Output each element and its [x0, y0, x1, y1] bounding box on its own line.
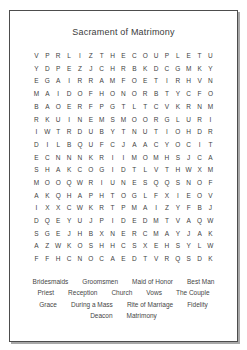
grid-cell-r15c15: J	[183, 228, 194, 241]
grid-cell-r3c13: I	[162, 75, 173, 88]
grid-cell-r6c14: L	[172, 113, 183, 126]
grid-cell-r15c14: Y	[172, 228, 183, 241]
grid-cell-r6c5: N	[75, 113, 86, 126]
grid-cell-r16c6: S	[85, 240, 96, 253]
grid-cell-r9c2: C	[42, 152, 53, 165]
grid-cell-r11c6: R	[85, 177, 96, 190]
grid-cell-r5c1: B	[31, 101, 42, 114]
grid-cell-r9c16: C	[194, 152, 205, 165]
grid-cell-r10c14: H	[172, 164, 183, 177]
grid-cell-r8c9: J	[118, 139, 129, 152]
grid-cell-r6c10: O	[129, 113, 140, 126]
grid-cell-r12c3: Q	[53, 190, 64, 203]
grid-cell-r13c17: J	[205, 202, 216, 215]
grid-cell-r15c5: H	[75, 228, 86, 241]
grid-cell-r16c11: X	[140, 240, 151, 253]
grid-cell-r7c4: R	[64, 126, 75, 139]
grid-cell-r1c13: P	[162, 50, 173, 63]
grid-cell-r13c15: F	[183, 202, 194, 215]
grid-cell-r7c12: T	[151, 126, 162, 139]
grid-cell-r9c9: I	[118, 152, 129, 165]
grid-cell-r4c5: O	[75, 88, 86, 101]
grid-cell-r10c17: M	[205, 164, 216, 177]
grid-cell-r1c3: R	[53, 50, 64, 63]
grid-cell-r6c12: R	[151, 113, 162, 126]
word-item: Bridesmaids	[33, 279, 69, 286]
grid-cell-r16c4: K	[64, 240, 75, 253]
grid-cell-r7c9: T	[118, 126, 129, 139]
grid-cell-r1c12: U	[151, 50, 162, 63]
grid-cell-r7c5: D	[75, 126, 86, 139]
grid-cell-r5c8: G	[107, 101, 118, 114]
grid-cell-r4c17: O	[205, 88, 216, 101]
word-item: Fidelity	[187, 302, 208, 309]
grid-cell-r7c7: B	[96, 126, 107, 139]
grid-cell-r12c6: P	[85, 190, 96, 203]
grid-cell-r6c8: S	[107, 113, 118, 126]
grid-cell-r13c16: B	[194, 202, 205, 215]
grid-cell-r7c1: I	[31, 126, 42, 139]
grid-cell-r11c12: Q	[151, 177, 162, 190]
word-list-line: DeaconMatrimony	[10, 311, 237, 323]
grid-cell-r4c2: A	[42, 88, 53, 101]
grid-cell-r13c1: I	[31, 202, 42, 215]
grid-cell-r15c3: E	[53, 228, 64, 241]
grid-cell-r12c13: X	[162, 190, 173, 203]
grid-cell-r3c12: T	[151, 75, 162, 88]
grid-cell-r11c7: I	[96, 177, 107, 190]
word-item: Best Man	[187, 279, 214, 286]
grid-cell-r17c1: F	[31, 253, 42, 266]
grid-cell-r2c17: Y	[205, 63, 216, 76]
grid-cell-r12c16: O	[194, 190, 205, 203]
grid-cell-r6c6: E	[85, 113, 96, 126]
worksheet-page: Sacrament of Matrimony VPRLIZTHECOUPLETU…	[9, 10, 238, 342]
grid-cell-r17c11: T	[140, 253, 151, 266]
grid-cell-r2c7: C	[96, 63, 107, 76]
grid-cell-r8c10: A	[129, 139, 140, 152]
grid-cell-r1c4: L	[64, 50, 75, 63]
grid-cell-r16c10: S	[129, 240, 140, 253]
grid-cell-r4c14: Y	[172, 88, 183, 101]
grid-cell-r1c8: H	[107, 50, 118, 63]
grid-cell-r12c10: G	[129, 190, 140, 203]
word-list: BridesmaidsGroomsmenMaid of HonorBest Ma…	[10, 276, 237, 322]
grid-cell-r4c3: I	[53, 88, 64, 101]
grid-cell-r2c12: D	[151, 63, 162, 76]
grid-cell-r7c13: I	[162, 126, 173, 139]
grid-cell-r7c8: Y	[107, 126, 118, 139]
grid-cell-r11c3: O	[53, 177, 64, 190]
grid-cell-r11c2: O	[42, 177, 53, 190]
word-item: Grace	[39, 302, 57, 309]
grid-cell-r9c8: I	[107, 152, 118, 165]
page-title: Sacrament of Matrimony	[10, 27, 237, 37]
grid-cell-r10c1: S	[31, 164, 42, 177]
grid-cell-r3c14: R	[172, 75, 183, 88]
grid-cell-r16c8: H	[107, 240, 118, 253]
grid-cell-r16c9: C	[118, 240, 129, 253]
word-item: The Couple	[176, 290, 210, 297]
word-item: During a Mass	[71, 302, 113, 309]
grid-cell-r15c16: A	[194, 228, 205, 241]
grid-cell-r16c3: W	[53, 240, 64, 253]
grid-cell-r11c1: M	[31, 177, 42, 190]
grid-cell-r6c2: K	[42, 113, 53, 126]
grid-cell-r8c11: A	[140, 139, 151, 152]
grid-cell-r9c11: O	[140, 152, 151, 165]
grid-cell-r10c6: O	[85, 164, 96, 177]
grid-cell-r9c6: K	[85, 152, 96, 165]
grid-cell-r15c6: B	[85, 228, 96, 241]
grid-cell-r13c14: Y	[172, 202, 183, 215]
grid-cell-r17c10: D	[129, 253, 140, 266]
grid-cell-r2c11: K	[140, 63, 151, 76]
grid-cell-r3c4: I	[64, 75, 75, 88]
grid-cell-r5c17: M	[205, 101, 216, 114]
grid-cell-r4c10: O	[129, 88, 140, 101]
grid-cell-r8c17: T	[205, 139, 216, 152]
grid-cell-r13c12: I	[151, 202, 162, 215]
grid-cell-r6c9: M	[118, 113, 129, 126]
grid-cell-r1c7: T	[96, 50, 107, 63]
grid-cell-r4c13: T	[162, 88, 173, 101]
grid-cell-r2c16: K	[194, 63, 205, 76]
grid-cell-r2c1: Y	[31, 63, 42, 76]
grid-cell-r5c4: E	[64, 101, 75, 114]
grid-cell-r16c12: E	[151, 240, 162, 253]
grid-cell-r5c7: P	[96, 101, 107, 114]
grid-cell-r2c4: E	[64, 63, 75, 76]
grid-cell-r15c17: K	[205, 228, 216, 241]
grid-cell-r11c5: W	[75, 177, 86, 190]
grid-cell-r15c10: R	[129, 228, 140, 241]
grid-cell-r17c3: H	[53, 253, 64, 266]
grid-cell-r9c4: N	[64, 152, 75, 165]
grid-cell-r9c15: J	[183, 152, 194, 165]
grid-cell-r11c10: E	[129, 177, 140, 190]
grid-cell-r15c11: C	[140, 228, 151, 241]
grid-cell-r12c11: L	[140, 190, 151, 203]
grid-cell-r6c4: I	[64, 113, 75, 126]
grid-cell-r6c17: I	[205, 113, 216, 126]
grid-cell-r15c12: M	[151, 228, 162, 241]
grid-cell-r7c6: U	[85, 126, 96, 139]
grid-cell-r10c4: K	[64, 164, 75, 177]
grid-cell-r10c5: C	[75, 164, 86, 177]
grid-cell-r13c2: X	[42, 202, 53, 215]
grid-cell-r14c11: D	[140, 215, 151, 228]
grid-cell-r3c8: M	[107, 75, 118, 88]
grid-cell-r8c8: C	[107, 139, 118, 152]
word-item: Reception	[68, 290, 97, 297]
grid-cell-r7c2: W	[42, 126, 53, 139]
grid-cell-r3c3: A	[53, 75, 64, 88]
grid-cell-r7c14: O	[172, 126, 183, 139]
grid-cell-r3c7: A	[96, 75, 107, 88]
grid-cell-r11c16: O	[194, 177, 205, 190]
grid-cell-r6c7: M	[96, 113, 107, 126]
word-item: Rite of Marriage	[127, 302, 173, 309]
grid-cell-r5c15: R	[183, 101, 194, 114]
grid-cell-r1c9: E	[118, 50, 129, 63]
grid-cell-r2c13: C	[162, 63, 173, 76]
grid-cell-r13c11: A	[140, 202, 151, 215]
grid-cell-r6c16: R	[194, 113, 205, 126]
word-search-grid: VPRLIZTHECOUPLETUYDPEZJCHRBKDCGMKYEGAIRR…	[31, 50, 216, 266]
grid-cell-r5c9: T	[118, 101, 129, 114]
grid-cell-r13c6: K	[85, 202, 96, 215]
grid-cell-r11c14: S	[172, 177, 183, 190]
grid-cell-r2c10: B	[129, 63, 140, 76]
grid-cell-r17c4: C	[64, 253, 75, 266]
grid-cell-r1c5: I	[75, 50, 86, 63]
grid-cell-r12c8: T	[107, 190, 118, 203]
grid-cell-r11c11: S	[140, 177, 151, 190]
grid-cell-r17c5: N	[75, 253, 86, 266]
grid-cell-r14c15: A	[183, 215, 194, 228]
grid-cell-r15c4: J	[64, 228, 75, 241]
grid-cell-r10c12: V	[151, 164, 162, 177]
grid-cell-r5c6: F	[85, 101, 96, 114]
grid-cell-r7c16: D	[194, 126, 205, 139]
grid-cell-r9c13: H	[162, 152, 173, 165]
grid-cell-r16c13: H	[162, 240, 173, 253]
grid-cell-r8c3: L	[53, 139, 64, 152]
grid-cell-r4c7: H	[96, 88, 107, 101]
grid-cell-r17c2: F	[42, 253, 53, 266]
grid-cell-r16c17: W	[205, 240, 216, 253]
grid-cell-r15c13: A	[162, 228, 173, 241]
grid-cell-r16c16: L	[194, 240, 205, 253]
word-item: Maid of Honor	[132, 279, 173, 286]
grid-cell-r6c15: U	[183, 113, 194, 126]
grid-cell-r17c8: A	[107, 253, 118, 266]
grid-cell-r8c14: O	[172, 139, 183, 152]
grid-cell-r10c11: L	[140, 164, 151, 177]
grid-cell-r12c2: K	[42, 190, 53, 203]
grid-cell-r3c1: E	[31, 75, 42, 88]
grid-cell-r14c10: E	[129, 215, 140, 228]
grid-cell-r12c1: A	[31, 190, 42, 203]
grid-cell-r9c12: M	[151, 152, 162, 165]
grid-cell-r8c12: C	[151, 139, 162, 152]
grid-cell-r3c17: N	[205, 75, 216, 88]
grid-cell-r11c17: F	[205, 177, 216, 190]
grid-cell-r1c10: C	[129, 50, 140, 63]
word-item: Church	[111, 290, 132, 297]
grid-cell-r14c6: J	[85, 215, 96, 228]
grid-cell-r11c13: Q	[162, 177, 173, 190]
grid-cell-r1c6: Z	[85, 50, 96, 63]
grid-cell-r13c8: T	[107, 202, 118, 215]
grid-cell-r6c11: O	[140, 113, 151, 126]
word-item: Priest	[37, 290, 54, 297]
grid-cell-r3c2: G	[42, 75, 53, 88]
grid-cell-r3c9: F	[118, 75, 129, 88]
grid-cell-r15c1: S	[31, 228, 42, 241]
grid-cell-r8c13: Y	[162, 139, 173, 152]
grid-cell-r5c5: R	[75, 101, 86, 114]
grid-cell-r9c14: S	[172, 152, 183, 165]
grid-cell-r12c17: V	[205, 190, 216, 203]
grid-cell-r12c5: A	[75, 190, 86, 203]
grid-cell-r17c7: C	[96, 253, 107, 266]
grid-cell-r1c16: T	[194, 50, 205, 63]
grid-cell-r9c17: A	[205, 152, 216, 165]
grid-cell-r4c9: N	[118, 88, 129, 101]
grid-cell-r8c15: C	[183, 139, 194, 152]
grid-cell-r13c4: C	[64, 202, 75, 215]
grid-cell-r5c11: T	[140, 101, 151, 114]
grid-cell-r7c11: U	[140, 126, 151, 139]
grid-cell-r5c16: N	[194, 101, 205, 114]
grid-cell-r13c9: P	[118, 202, 129, 215]
grid-cell-r14c4: Y	[64, 215, 75, 228]
grid-cell-r11c8: U	[107, 177, 118, 190]
grid-cell-r12c7: H	[96, 190, 107, 203]
grid-cell-r6c1: R	[31, 113, 42, 126]
grid-cell-r14c16: Q	[194, 215, 205, 228]
grid-cell-r4c1: M	[31, 88, 42, 101]
grid-cell-r9c1: E	[31, 152, 42, 165]
grid-cell-r13c5: W	[75, 202, 86, 215]
grid-cell-r5c2: A	[42, 101, 53, 114]
word-list-line: PriestReceptionChurchVowsThe Couple	[10, 288, 237, 300]
grid-cell-r17c14: Q	[172, 253, 183, 266]
grid-cell-r1c1: V	[31, 50, 42, 63]
grid-cell-r17c17: K	[205, 253, 216, 266]
grid-cell-r2c6: J	[85, 63, 96, 76]
grid-cell-r12c14: I	[172, 190, 183, 203]
grid-cell-r3c6: R	[85, 75, 96, 88]
grid-cell-r10c13: T	[162, 164, 173, 177]
grid-cell-r14c7: P	[96, 215, 107, 228]
grid-cell-r4c12: B	[151, 88, 162, 101]
grid-cell-r3c11: E	[140, 75, 151, 88]
grid-cell-r6c13: G	[162, 113, 173, 126]
grid-cell-r10c2: H	[42, 164, 53, 177]
grid-cell-r14c14: V	[172, 215, 183, 228]
grid-cell-r5c3: O	[53, 101, 64, 114]
word-item: Matrimony	[127, 313, 157, 320]
grid-cell-r14c2: Q	[42, 215, 53, 228]
grid-cell-r9c7: R	[96, 152, 107, 165]
grid-cell-r9c10: M	[129, 152, 140, 165]
grid-cell-r1c17: U	[205, 50, 216, 63]
grid-cell-r10c16: X	[194, 164, 205, 177]
grid-cell-r16c15: Y	[183, 240, 194, 253]
grid-cell-r7c10: N	[129, 126, 140, 139]
grid-cell-r12c12: F	[151, 190, 162, 203]
grid-cell-r5c13: V	[162, 101, 173, 114]
grid-cell-r14c3: E	[53, 215, 64, 228]
grid-cell-r14c1: D	[31, 215, 42, 228]
word-item: Deacon	[90, 313, 112, 320]
grid-cell-r7c3: T	[53, 126, 64, 139]
word-item: Groomsmen	[82, 279, 118, 286]
grid-cell-r7c17: R	[205, 126, 216, 139]
grid-cell-r14c13: T	[162, 215, 173, 228]
grid-cell-r17c6: O	[85, 253, 96, 266]
grid-cell-r8c7: F	[96, 139, 107, 152]
grid-cell-r6c3: U	[53, 113, 64, 126]
grid-cell-r10c7: G	[96, 164, 107, 177]
grid-cell-r2c5: Z	[75, 63, 86, 76]
grid-cell-r17c16: D	[194, 253, 205, 266]
grid-cell-r8c6: U	[85, 139, 96, 152]
grid-cell-r10c9: D	[118, 164, 129, 177]
grid-cell-r14c9: D	[118, 215, 129, 228]
grid-cell-r4c11: R	[140, 88, 151, 101]
grid-cell-r1c2: P	[42, 50, 53, 63]
grid-cell-r1c14: L	[172, 50, 183, 63]
grid-cell-r17c13: R	[162, 253, 173, 266]
grid-cell-r10c15: W	[183, 164, 194, 177]
grid-cell-r15c8: N	[107, 228, 118, 241]
grid-cell-r5c14: K	[172, 101, 183, 114]
grid-cell-r17c15: S	[183, 253, 194, 266]
grid-cell-r2c2: D	[42, 63, 53, 76]
grid-cell-r13c10: M	[129, 202, 140, 215]
grid-cell-r10c3: A	[53, 164, 64, 177]
grid-cell-r10c8: I	[107, 164, 118, 177]
word-item: Vows	[146, 290, 162, 297]
grid-cell-r2c3: P	[53, 63, 64, 76]
grid-cell-r14c12: M	[151, 215, 162, 228]
grid-cell-r2c9: R	[118, 63, 129, 76]
grid-cell-r3c5: R	[75, 75, 86, 88]
grid-cell-r2c8: H	[107, 63, 118, 76]
grid-cell-r4c4: D	[64, 88, 75, 101]
grid-cell-r3c15: H	[183, 75, 194, 88]
grid-cell-r4c6: F	[85, 88, 96, 101]
grid-cell-r3c10: O	[129, 75, 140, 88]
grid-cell-r3c16: V	[194, 75, 205, 88]
grid-cell-r8c5: Q	[75, 139, 86, 152]
word-list-line: BridesmaidsGroomsmenMaid of HonorBest Ma…	[10, 276, 237, 288]
grid-cell-r16c5: O	[75, 240, 86, 253]
grid-cell-r15c2: G	[42, 228, 53, 241]
grid-cell-r2c14: G	[172, 63, 183, 76]
word-list-line: GraceDuring a MassRite of MarriageFideli…	[10, 299, 237, 311]
grid-cell-r17c9: E	[118, 253, 129, 266]
grid-cell-r8c1: D	[31, 139, 42, 152]
grid-cell-r14c8: I	[107, 215, 118, 228]
grid-cell-r8c16: I	[194, 139, 205, 152]
grid-cell-r17c12: V	[151, 253, 162, 266]
grid-cell-r10c10: T	[129, 164, 140, 177]
grid-cell-r5c10: L	[129, 101, 140, 114]
grid-cell-r8c2: I	[42, 139, 53, 152]
grid-cell-r5c12: C	[151, 101, 162, 114]
grid-cell-r1c15: E	[183, 50, 194, 63]
grid-cell-r4c15: C	[183, 88, 194, 101]
grid-cell-r4c16: F	[194, 88, 205, 101]
grid-cell-r4c8: O	[107, 88, 118, 101]
grid-cell-r9c3: N	[53, 152, 64, 165]
grid-cell-r15c9: E	[118, 228, 129, 241]
grid-cell-r11c4: Q	[64, 177, 75, 190]
grid-cell-r16c1: A	[31, 240, 42, 253]
grid-cell-r2c15: M	[183, 63, 194, 76]
grid-cell-r13c7: R	[96, 202, 107, 215]
grid-cell-r1c11: O	[140, 50, 151, 63]
grid-cell-r11c9: N	[118, 177, 129, 190]
grid-cell-r16c2: Z	[42, 240, 53, 253]
grid-cell-r15c7: X	[96, 228, 107, 241]
grid-cell-r7c15: H	[183, 126, 194, 139]
